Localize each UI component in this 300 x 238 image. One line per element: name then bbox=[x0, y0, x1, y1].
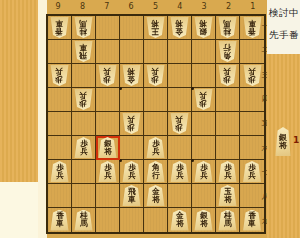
board-cell-83[interactable] bbox=[72, 64, 96, 88]
shogi-piece-歩兵[interactable]: 歩兵 bbox=[50, 161, 69, 182]
shogi-piece-香車[interactable]: 香車 bbox=[243, 210, 262, 231]
shogi-piece-歩兵[interactable]: 歩兵 bbox=[146, 65, 165, 86]
board-cell-63[interactable]: 金将 bbox=[120, 64, 144, 88]
shogi-piece-歩兵[interactable]: 歩兵 bbox=[218, 65, 237, 86]
file-label: 5 bbox=[143, 1, 167, 13]
board-cell-36[interactable] bbox=[192, 136, 216, 160]
board-cell-27[interactable]: 歩兵 bbox=[216, 160, 240, 184]
file-label: 8 bbox=[70, 1, 94, 13]
star-point bbox=[191, 159, 194, 162]
board-cell-52[interactable] bbox=[144, 40, 168, 64]
board-cell-92[interactable] bbox=[48, 40, 72, 64]
file-label: 9 bbox=[46, 1, 70, 13]
board-cell-47[interactable]: 歩兵 bbox=[168, 160, 192, 184]
shogi-piece-歩兵[interactable]: 歩兵 bbox=[170, 161, 189, 182]
status-turn: 先手番 bbox=[269, 29, 299, 42]
hand-piece-silver[interactable]: 銀 将 bbox=[275, 127, 291, 156]
shogi-piece-金将[interactable]: 金将 bbox=[170, 210, 189, 231]
board-cell-23[interactable]: 歩兵 bbox=[216, 64, 240, 88]
file-label: 3 bbox=[192, 1, 216, 13]
board-cell-21[interactable]: 桂馬 bbox=[216, 16, 240, 40]
board-cell-28[interactable]: 玉将 bbox=[216, 184, 240, 208]
board-cell-91[interactable]: 香車 bbox=[48, 16, 72, 40]
board-cell-97[interactable]: 歩兵 bbox=[48, 160, 72, 184]
shogi-piece-金将[interactable]: 金将 bbox=[146, 185, 165, 206]
board-cell-69[interactable] bbox=[120, 208, 144, 232]
board-cell-95[interactable] bbox=[48, 112, 72, 136]
board-cell-54[interactable] bbox=[144, 88, 168, 112]
shogi-piece-香車[interactable]: 香車 bbox=[243, 17, 262, 38]
status-analyzing: 検討中 bbox=[269, 7, 299, 20]
board-cell-43[interactable] bbox=[168, 64, 192, 88]
shogi-piece-桂馬[interactable]: 桂馬 bbox=[218, 17, 237, 38]
shogi-piece-歩兵[interactable]: 歩兵 bbox=[98, 65, 117, 86]
shogi-piece-歩兵[interactable]: 歩兵 bbox=[74, 89, 93, 110]
board-cell-82[interactable]: 飛車 bbox=[72, 40, 96, 64]
shogi-piece-桂馬[interactable]: 桂馬 bbox=[74, 17, 93, 38]
board-cell-81[interactable]: 桂馬 bbox=[72, 16, 96, 40]
file-label: 4 bbox=[168, 1, 192, 13]
board-cell-25[interactable] bbox=[216, 112, 240, 136]
status-panel: 検討中 先手番 bbox=[267, 0, 300, 54]
board-cell-44[interactable] bbox=[168, 88, 192, 112]
board-cell-72[interactable] bbox=[96, 40, 120, 64]
shogi-piece-角行[interactable]: 角行 bbox=[218, 41, 237, 62]
board-cell-45[interactable]: 歩兵 bbox=[168, 112, 192, 136]
shogi-piece-歩兵[interactable]: 歩兵 bbox=[74, 137, 93, 158]
board-cell-29[interactable]: 桂馬 bbox=[216, 208, 240, 232]
shogi-piece-銀将[interactable]: 銀将 bbox=[194, 210, 213, 231]
board-cell-74[interactable] bbox=[96, 88, 120, 112]
board-cell-71[interactable] bbox=[96, 16, 120, 40]
board-cell-94[interactable] bbox=[48, 88, 72, 112]
board-cell-31[interactable]: 銀将 bbox=[192, 16, 216, 40]
board-cell-96[interactable] bbox=[48, 136, 72, 160]
star-point bbox=[119, 87, 122, 90]
board-cell-66[interactable] bbox=[120, 136, 144, 160]
board-cell-65[interactable]: 歩兵 bbox=[120, 112, 144, 136]
board-cell-46[interactable] bbox=[168, 136, 192, 160]
board-cell-53[interactable]: 歩兵 bbox=[144, 64, 168, 88]
shogi-piece-歩兵[interactable]: 歩兵 bbox=[218, 161, 237, 182]
board-cell-51[interactable]: 王将 bbox=[144, 16, 168, 40]
board-cell-79[interactable] bbox=[96, 208, 120, 232]
board-cell-42[interactable] bbox=[168, 40, 192, 64]
board-cell-64[interactable] bbox=[120, 88, 144, 112]
board-cell-89[interactable]: 桂馬 bbox=[72, 208, 96, 232]
board-cell-62[interactable] bbox=[120, 40, 144, 64]
board-cell-75[interactable] bbox=[96, 112, 120, 136]
shogi-piece-玉将[interactable]: 玉将 bbox=[218, 185, 237, 206]
board-cell-59[interactable] bbox=[144, 208, 168, 232]
shogi-piece-角行[interactable]: 角行 bbox=[146, 161, 165, 182]
board-cell-48[interactable] bbox=[168, 184, 192, 208]
board-cell-38[interactable] bbox=[192, 184, 216, 208]
shogi-piece-歩兵[interactable]: 歩兵 bbox=[98, 161, 117, 182]
shogi-piece-歩兵[interactable]: 歩兵 bbox=[243, 65, 262, 86]
board-cell-41[interactable]: 金将 bbox=[168, 16, 192, 40]
board-cell-32[interactable] bbox=[192, 40, 216, 64]
shogi-piece-歩兵[interactable]: 歩兵 bbox=[50, 65, 69, 86]
file-label: 2 bbox=[216, 1, 240, 13]
shogi-piece-桂馬[interactable]: 桂馬 bbox=[218, 210, 237, 231]
hand-piece-char-2: 将 bbox=[279, 142, 287, 150]
shogi-board: 香車桂馬王将金将銀将桂馬香車飛車角行歩兵歩兵金将歩兵歩兵歩兵歩兵歩兵歩兵歩兵歩兵… bbox=[46, 14, 266, 234]
board-cell-56[interactable]: 歩兵 bbox=[144, 136, 168, 160]
file-labels: 987654321 bbox=[46, 1, 265, 13]
shogi-piece-銀将[interactable]: 銀将 bbox=[98, 137, 117, 158]
board-cell-57[interactable]: 角行 bbox=[144, 160, 168, 184]
board-cell-85[interactable] bbox=[72, 112, 96, 136]
board-cell-68[interactable]: 飛車 bbox=[120, 184, 144, 208]
board-cell-87[interactable] bbox=[72, 160, 96, 184]
board-cell-33[interactable] bbox=[192, 64, 216, 88]
board-cell-99[interactable]: 香車 bbox=[48, 208, 72, 232]
board-cell-39[interactable]: 銀将 bbox=[192, 208, 216, 232]
shogi-piece-金将[interactable]: 金将 bbox=[170, 17, 189, 38]
shogi-piece-銀将[interactable]: 銀将 bbox=[194, 17, 213, 38]
board-cell-84[interactable]: 歩兵 bbox=[72, 88, 96, 112]
board-cell-22[interactable]: 角行 bbox=[216, 40, 240, 64]
file-label: 1 bbox=[241, 1, 265, 13]
shogi-piece-歩兵[interactable]: 歩兵 bbox=[122, 113, 141, 134]
board-cell-73[interactable]: 歩兵 bbox=[96, 64, 120, 88]
board-cell-78[interactable] bbox=[96, 184, 120, 208]
board-cell-93[interactable]: 歩兵 bbox=[48, 64, 72, 88]
board-cell-98[interactable] bbox=[48, 184, 72, 208]
shogi-piece-歩兵[interactable]: 歩兵 bbox=[122, 161, 141, 182]
board-cell-24[interactable] bbox=[216, 88, 240, 112]
file-label: 7 bbox=[95, 1, 119, 13]
file-label: 6 bbox=[119, 1, 143, 13]
board-cell-61[interactable] bbox=[120, 16, 144, 40]
board-cell-55[interactable] bbox=[144, 112, 168, 136]
shogi-analysis-window: 987654321 香車桂馬王将金将銀将桂馬香車飛車角行歩兵歩兵金将歩兵歩兵歩兵… bbox=[0, 0, 300, 238]
board-cell-34[interactable]: 歩兵 bbox=[192, 88, 216, 112]
star-point bbox=[191, 87, 194, 90]
shogi-piece-飛車[interactable]: 飛車 bbox=[74, 41, 93, 62]
board-cell-77[interactable]: 歩兵 bbox=[96, 160, 120, 184]
shogi-piece-桂馬[interactable]: 桂馬 bbox=[74, 210, 93, 231]
board-cell-26[interactable] bbox=[216, 136, 240, 160]
board-cell-35[interactable] bbox=[192, 112, 216, 136]
shogi-piece-金将[interactable]: 金将 bbox=[122, 65, 141, 86]
gote-hand-tray bbox=[0, 0, 38, 182]
board-cell-67[interactable]: 歩兵 bbox=[120, 160, 144, 184]
board-cell-76[interactable]: 銀将 bbox=[96, 136, 120, 160]
shogi-piece-歩兵[interactable]: 歩兵 bbox=[194, 89, 213, 110]
board-cell-88[interactable] bbox=[72, 184, 96, 208]
shogi-piece-歩兵[interactable]: 歩兵 bbox=[243, 161, 262, 182]
shogi-piece-香車[interactable]: 香車 bbox=[50, 210, 69, 231]
board-cell-58[interactable]: 金将 bbox=[144, 184, 168, 208]
shogi-piece-香車[interactable]: 香車 bbox=[50, 17, 69, 38]
board-cell-86[interactable]: 歩兵 bbox=[72, 136, 96, 160]
board-cell-49[interactable]: 金将 bbox=[168, 208, 192, 232]
shogi-piece-歩兵[interactable]: 歩兵 bbox=[146, 137, 165, 158]
shogi-piece-歩兵[interactable]: 歩兵 bbox=[170, 113, 189, 134]
shogi-piece-歩兵[interactable]: 歩兵 bbox=[194, 161, 213, 182]
shogi-piece-飛車[interactable]: 飛車 bbox=[122, 185, 141, 206]
board-cell-37[interactable]: 歩兵 bbox=[192, 160, 216, 184]
shogi-piece-王将[interactable]: 王将 bbox=[146, 17, 165, 38]
left-margin-panel bbox=[0, 182, 38, 238]
hand-piece-count: 1 bbox=[293, 135, 299, 145]
sente-hand-tray: 銀 将 1 bbox=[267, 54, 300, 238]
